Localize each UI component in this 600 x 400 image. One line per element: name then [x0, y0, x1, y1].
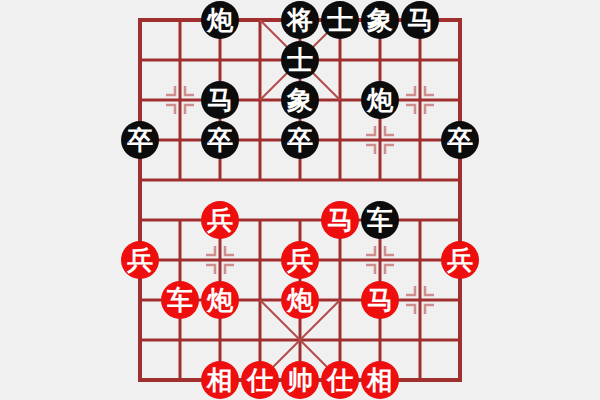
piece-black-advisor[interactable]: 士 — [281, 41, 319, 79]
piece-red-horse[interactable]: 马 — [361, 281, 399, 319]
piece-red-cannon[interactable]: 炮 — [201, 281, 239, 319]
piece-red-general[interactable]: 帅 — [281, 361, 319, 399]
piece-red-advisor[interactable]: 仕 — [241, 361, 279, 399]
piece-red-soldier[interactable]: 兵 — [441, 241, 479, 279]
piece-red-elephant[interactable]: 相 — [361, 361, 399, 399]
piece-black-soldier[interactable]: 卒 — [441, 121, 479, 159]
piece-black-soldier[interactable]: 卒 — [121, 121, 159, 159]
piece-black-general[interactable]: 将 — [281, 1, 319, 39]
piece-black-elephant[interactable]: 象 — [361, 1, 399, 39]
piece-red-soldier[interactable]: 兵 — [281, 241, 319, 279]
piece-red-elephant[interactable]: 相 — [201, 361, 239, 399]
piece-black-soldier[interactable]: 卒 — [281, 121, 319, 159]
piece-red-advisor[interactable]: 仕 — [321, 361, 359, 399]
piece-black-horse[interactable]: 马 — [401, 1, 439, 39]
piece-black-chariot[interactable]: 车 — [361, 201, 399, 239]
piece-black-horse[interactable]: 马 — [201, 81, 239, 119]
piece-black-cannon[interactable]: 炮 — [361, 81, 399, 119]
piece-red-soldier[interactable]: 兵 — [121, 241, 159, 279]
piece-black-advisor[interactable]: 士 — [321, 1, 359, 39]
piece-black-elephant[interactable]: 象 — [281, 81, 319, 119]
piece-black-soldier[interactable]: 卒 — [201, 121, 239, 159]
piece-grid: 炮将士象马士马象炮卒卒卒卒兵马车兵兵兵车炮炮马相仕帅仕相 — [120, 0, 480, 400]
screen: 炮将士象马士马象炮卒卒卒卒兵马车兵兵兵车炮炮马相仕帅仕相 — [0, 0, 600, 400]
xiangqi-board: 炮将士象马士马象炮卒卒卒卒兵马车兵兵兵车炮炮马相仕帅仕相 — [0, 0, 600, 400]
piece-red-cannon[interactable]: 炮 — [281, 281, 319, 319]
piece-red-chariot[interactable]: 车 — [161, 281, 199, 319]
piece-red-soldier[interactable]: 兵 — [201, 201, 239, 239]
piece-black-cannon[interactable]: 炮 — [201, 1, 239, 39]
piece-red-horse[interactable]: 马 — [321, 201, 359, 239]
